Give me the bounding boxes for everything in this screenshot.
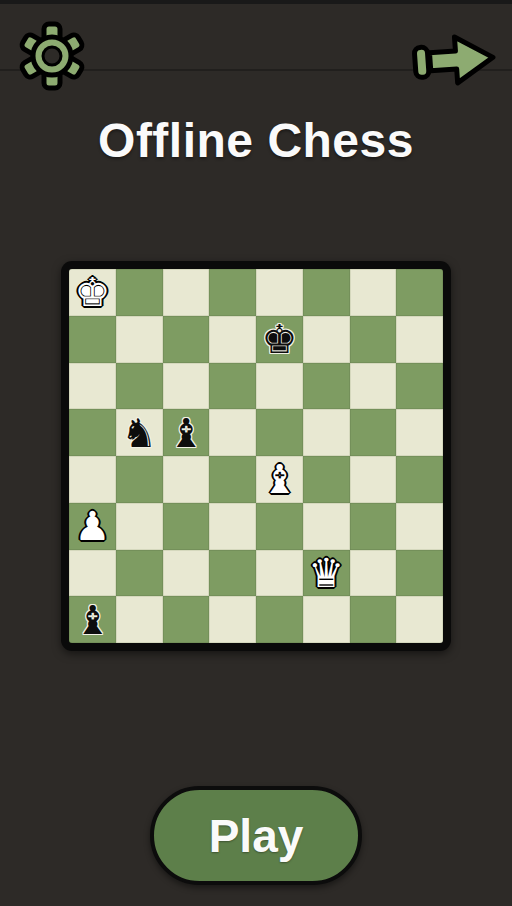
square-d4 [209,456,256,503]
arrow-right-icon [411,80,499,95]
square-h1 [396,596,443,643]
square-h6 [396,363,443,410]
square-a1: ♝ [69,596,116,643]
square-g8 [350,269,397,316]
square-a6 [69,363,116,410]
square-b7 [116,316,163,363]
play-button[interactable]: Play [150,786,362,885]
square-g1 [350,596,397,643]
white-king: ♚ [69,269,116,316]
white-bishop: ♝ [256,456,303,503]
settings-button[interactable] [15,19,89,93]
square-g6 [350,363,397,410]
black-bishop: ♝ [69,596,116,643]
square-g7 [350,316,397,363]
square-b1 [116,596,163,643]
square-c7 [163,316,210,363]
square-c2 [163,550,210,597]
square-d5 [209,409,256,456]
square-c8 [163,269,210,316]
square-h3 [396,503,443,550]
square-h4 [396,456,443,503]
chess-board: ♚♚♞♝♝♟♛♝ [69,269,443,643]
square-e6 [256,363,303,410]
square-d2 [209,550,256,597]
square-b3 [116,503,163,550]
square-g2 [350,550,397,597]
square-h2 [396,550,443,597]
square-d8 [209,269,256,316]
square-e2 [256,550,303,597]
square-a5 [69,409,116,456]
white-queen: ♛ [303,550,350,597]
square-b5: ♞ [116,409,163,456]
square-c5: ♝ [163,409,210,456]
square-a2 [69,550,116,597]
status-bar [0,0,512,4]
square-c6 [163,363,210,410]
page-title: Offline Chess [0,113,512,168]
square-h5 [396,409,443,456]
square-d6 [209,363,256,410]
square-f6 [303,363,350,410]
board-frame: ♚♚♞♝♝♟♛♝ [61,261,451,651]
square-g4 [350,456,397,503]
square-g3 [350,503,397,550]
square-f4 [303,456,350,503]
square-c4 [163,456,210,503]
square-f5 [303,409,350,456]
square-e4: ♝ [256,456,303,503]
black-king: ♚ [256,316,303,363]
square-b2 [116,550,163,597]
square-d3 [209,503,256,550]
square-e8 [256,269,303,316]
square-b6 [116,363,163,410]
square-d1 [209,596,256,643]
square-h8 [396,269,443,316]
square-f1 [303,596,350,643]
square-d7 [209,316,256,363]
square-c1 [163,596,210,643]
square-g5 [350,409,397,456]
white-pawn: ♟ [69,503,116,550]
square-e7: ♚ [256,316,303,363]
square-b4 [116,456,163,503]
square-c3 [163,503,210,550]
square-a8: ♚ [69,269,116,316]
square-f2: ♛ [303,550,350,597]
square-f8 [303,269,350,316]
square-a7 [69,316,116,363]
black-knight: ♞ [116,409,163,456]
square-e5 [256,409,303,456]
square-f3 [303,503,350,550]
square-e1 [256,596,303,643]
square-e3 [256,503,303,550]
square-a4 [69,456,116,503]
gear-icon [15,81,89,96]
black-bishop: ♝ [163,409,210,456]
square-f7 [303,316,350,363]
square-a3: ♟ [69,503,116,550]
next-button[interactable] [411,26,499,92]
square-h7 [396,316,443,363]
square-b8 [116,269,163,316]
